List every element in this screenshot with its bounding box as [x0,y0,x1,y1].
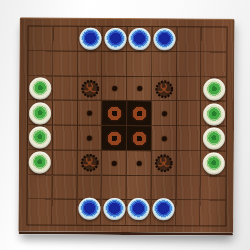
cell-r1c8[interactable] [202,27,227,52]
blue-piece[interactable] [129,28,151,50]
cell-r7c5[interactable] [127,176,152,201]
swirl-rosette-mark [154,79,174,99]
green-piece[interactable] [203,78,225,100]
cell-r1c5[interactable] [127,27,152,52]
cell-r1c7[interactable] [177,27,202,52]
cell-r6c5[interactable] [127,151,152,176]
blue-piece[interactable] [79,28,101,50]
cell-r3c2[interactable] [53,76,78,101]
cell-r2c4[interactable] [103,52,128,77]
cell-r2c6[interactable] [152,52,177,77]
swirl-rosette-mark [80,79,100,99]
cell-r2c7[interactable] [177,52,202,77]
green-piece[interactable] [29,102,51,124]
cell-r1c1[interactable] [28,26,53,51]
cell-r4c5[interactable] [127,101,152,126]
cell-r2c1[interactable] [28,51,53,76]
cell-r7c6[interactable] [151,176,176,201]
cell-r4c2[interactable] [53,101,78,126]
cell-r3c3[interactable] [78,76,103,101]
cell-r5c7[interactable] [176,126,201,151]
cell-dot-mark [112,161,117,166]
cell-r8c4[interactable] [102,200,127,225]
cell-r2c5[interactable] [127,52,152,77]
cell-r6c4[interactable] [102,151,127,176]
cell-r5c6[interactable] [152,126,177,151]
center-ring-mark [106,105,123,122]
game-board [18,17,234,235]
center-ring-mark [131,105,148,122]
cell-r2c8[interactable] [202,52,227,77]
cell-r1c6[interactable] [152,27,177,52]
cell-dot-mark [87,111,92,116]
green-piece[interactable] [202,153,224,175]
cell-r3c8[interactable] [201,77,226,102]
game-board-grid [26,25,227,226]
cell-r8c8[interactable] [201,201,226,226]
cell-r4c7[interactable] [177,102,202,127]
cell-dot-mark [112,86,117,91]
cell-r6c8[interactable] [201,151,226,176]
cell-r8c3[interactable] [77,200,102,225]
triskele-swirl-icon [80,153,100,173]
cell-r4c8[interactable] [201,102,226,127]
cell-dot-mark [162,111,167,116]
green-piece[interactable] [30,77,52,99]
cell-r5c5[interactable] [127,126,152,151]
cell-r7c4[interactable] [102,175,127,200]
cell-r7c1[interactable] [28,175,53,200]
cell-r6c3[interactable] [77,150,102,175]
cell-r6c2[interactable] [52,150,77,175]
cell-r2c3[interactable] [78,51,103,76]
cell-r7c7[interactable] [176,176,201,201]
cell-r4c4[interactable] [102,101,127,126]
blue-piece[interactable] [78,197,100,219]
swirl-rosette-mark [154,153,174,173]
cell-r1c2[interactable] [53,27,78,52]
green-piece[interactable] [29,152,51,174]
cell-r5c4[interactable] [102,126,127,151]
cell-r7c3[interactable] [77,175,102,200]
cell-r4c3[interactable] [78,101,103,126]
swirl-rosette-mark [80,153,100,173]
cell-r7c2[interactable] [52,175,77,200]
blue-piece[interactable] [153,198,175,220]
cell-r7c8[interactable] [201,176,226,201]
blue-piece[interactable] [103,197,125,219]
center-ring-mark [106,130,123,147]
cell-dot-mark [137,161,142,166]
blue-piece[interactable] [154,29,176,51]
triskele-swirl-icon [80,79,100,99]
cell-r3c7[interactable] [177,77,202,102]
triskele-swirl-icon [154,153,174,173]
cell-r5c3[interactable] [77,126,102,151]
cell-r2c2[interactable] [53,51,78,76]
green-piece[interactable] [29,127,51,149]
cell-r3c6[interactable] [152,77,177,102]
cell-r3c5[interactable] [127,77,152,102]
cell-r8c5[interactable] [126,200,151,225]
cell-r6c6[interactable] [151,151,176,176]
cell-r1c3[interactable] [78,27,103,52]
cell-r4c6[interactable] [152,101,177,126]
cell-dot-mark [162,136,167,141]
cell-r1c4[interactable] [103,27,128,52]
cell-r8c6[interactable] [151,200,176,225]
green-piece[interactable] [203,103,225,125]
cell-r5c2[interactable] [53,126,78,151]
green-piece[interactable] [202,128,224,150]
cell-r5c8[interactable] [201,126,226,151]
cell-r8c7[interactable] [176,201,201,226]
blue-piece[interactable] [128,198,150,220]
cell-dot-mark [87,136,92,141]
cell-dot-mark [137,86,142,91]
blue-piece[interactable] [104,28,126,50]
triskele-swirl-icon [154,79,174,99]
cell-r3c4[interactable] [102,76,127,101]
cell-r6c7[interactable] [176,151,201,176]
cell-r8c1[interactable] [27,200,52,225]
cell-r5c1[interactable] [28,125,53,150]
cell-r4c1[interactable] [28,101,53,126]
center-ring-mark [131,130,148,147]
cell-r8c2[interactable] [52,200,77,225]
photo-background [0,0,250,250]
cell-r3c1[interactable] [28,76,53,101]
cell-r6c1[interactable] [28,150,53,175]
